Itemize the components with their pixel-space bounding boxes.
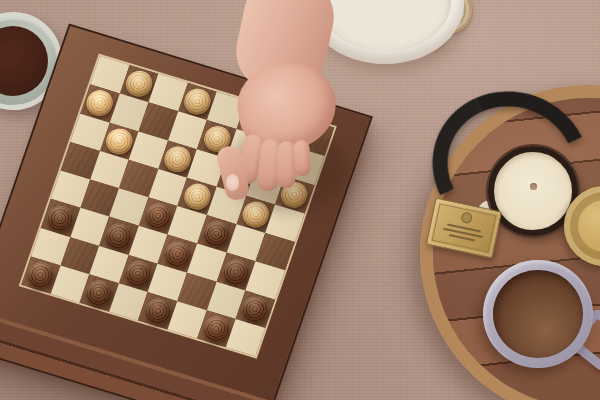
- coffee-liquid: [0, 26, 48, 96]
- cocoa-liquid: [493, 270, 583, 358]
- cocoa-mug: [483, 260, 593, 368]
- photo-scene: [0, 0, 600, 400]
- candle-wick: [530, 183, 537, 190]
- checker-walnut-r6c7[interactable]: [239, 293, 272, 325]
- pinky-finger: [293, 140, 311, 177]
- plate-well: [319, 0, 451, 51]
- thumb-nail: [226, 174, 239, 191]
